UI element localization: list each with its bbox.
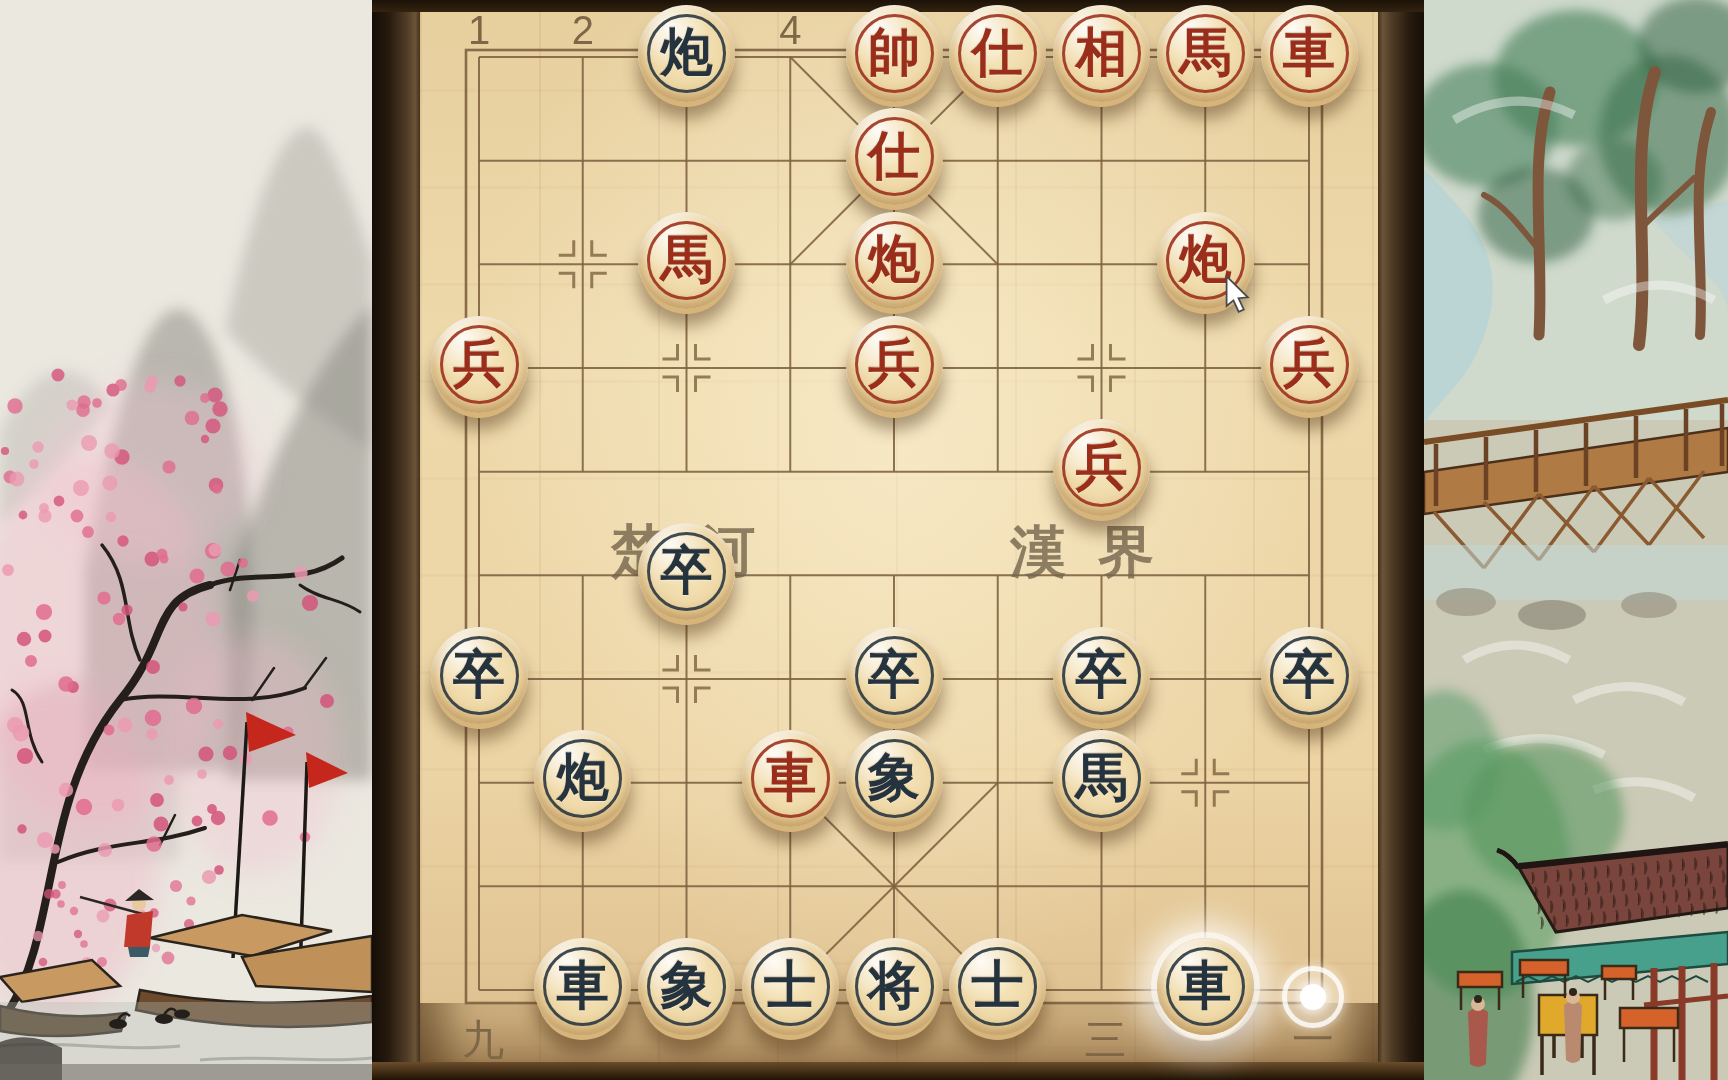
piece-red-soldier[interactable]: 兵 — [1261, 316, 1358, 413]
piece-red-advisor[interactable]: 仕 — [846, 108, 943, 205]
piece-character: 卒 — [638, 523, 735, 617]
piece-red-chariot[interactable]: 車 — [1261, 5, 1358, 102]
piece-character: 仕 — [949, 5, 1046, 99]
piece-black-soldier[interactable]: 卒 — [1261, 627, 1358, 724]
piece-character: 仕 — [846, 108, 943, 202]
piece-black-horse[interactable]: 馬 — [1053, 730, 1150, 827]
piece-character: 炮 — [534, 730, 631, 824]
piece-character: 馬 — [638, 212, 735, 306]
piece-character: 卒 — [1261, 627, 1358, 721]
village-bridge-scene — [1424, 0, 1728, 1080]
piece-character: 炮 — [846, 212, 943, 306]
column-label-top-2: 2 — [572, 8, 594, 53]
piece-black-chariot[interactable]: 車 — [534, 938, 631, 1035]
piece-red-soldier[interactable]: 兵 — [846, 316, 943, 413]
piece-red-soldier[interactable]: 兵 — [431, 316, 528, 413]
piece-black-general[interactable]: 将 — [846, 938, 943, 1035]
move-hint-marker[interactable] — [1282, 966, 1344, 1028]
piece-character: 車 — [742, 730, 839, 824]
piece-character: 馬 — [1157, 5, 1254, 99]
piece-black-soldier[interactable]: 卒 — [638, 523, 735, 620]
piece-character: 象 — [638, 938, 735, 1032]
piece-character: 象 — [846, 730, 943, 824]
piece-black-soldier[interactable]: 卒 — [846, 627, 943, 724]
piece-black-cannon[interactable]: 炮 — [534, 730, 631, 827]
piece-red-general[interactable]: 帥 — [846, 5, 943, 102]
column-label-top-4: 4 — [779, 8, 801, 53]
piece-character: 士 — [949, 938, 1046, 1032]
piece-character: 卒 — [431, 627, 528, 721]
column-label-top-1: 1 — [468, 8, 490, 53]
piece-character: 炮 — [638, 5, 735, 99]
piece-character: 兵 — [1053, 419, 1150, 513]
piece-character: 車 — [1157, 938, 1254, 1032]
piece-red-elephant[interactable]: 相 — [1053, 5, 1150, 102]
piece-character: 卒 — [1053, 627, 1150, 721]
piece-black-advisor[interactable]: 士 — [742, 938, 839, 1035]
piece-red-cannon[interactable]: 炮 — [1157, 212, 1254, 309]
piece-character: 帥 — [846, 5, 943, 99]
piece-black-soldier[interactable]: 卒 — [1053, 627, 1150, 724]
piece-character: 車 — [1261, 5, 1358, 99]
piece-black-cannon[interactable]: 炮 — [638, 5, 735, 102]
piece-character: 卒 — [846, 627, 943, 721]
piece-character: 将 — [846, 938, 943, 1032]
right-landscape-painting — [1424, 0, 1728, 1080]
piece-black-soldier[interactable]: 卒 — [431, 627, 528, 724]
column-label-bottom-1: 九 — [462, 1012, 504, 1068]
piece-red-cannon[interactable]: 炮 — [846, 212, 943, 309]
piece-character: 相 — [1053, 5, 1150, 99]
piece-character: 車 — [534, 938, 631, 1032]
piece-character: 兵 — [431, 316, 528, 410]
piece-black-elephant[interactable]: 象 — [638, 938, 735, 1035]
piece-red-horse[interactable]: 馬 — [638, 212, 735, 309]
piece-character: 兵 — [846, 316, 943, 410]
piece-red-horse[interactable]: 馬 — [1157, 5, 1254, 102]
piece-character: 炮 — [1157, 212, 1254, 306]
piece-red-advisor[interactable]: 仕 — [949, 5, 1046, 102]
piece-character: 兵 — [1261, 316, 1358, 410]
piece-red-chariot[interactable]: 車 — [742, 730, 839, 827]
column-label-bottom-7: 三 — [1085, 1012, 1127, 1068]
piece-character: 士 — [742, 938, 839, 1032]
piece-black-chariot[interactable]: 車 — [1157, 938, 1254, 1035]
river-label-right: 漢界 — [994, 515, 1186, 591]
piece-black-advisor[interactable]: 士 — [949, 938, 1046, 1035]
piece-red-soldier[interactable]: 兵 — [1053, 419, 1150, 516]
piece-black-elephant[interactable]: 象 — [846, 730, 943, 827]
piece-character: 馬 — [1053, 730, 1150, 824]
game-screen: 楚河 漢界 124九三一 炮帥仕相馬車仕馬炮炮兵兵兵兵卒卒卒卒卒炮車象馬車象士将… — [0, 0, 1728, 1080]
